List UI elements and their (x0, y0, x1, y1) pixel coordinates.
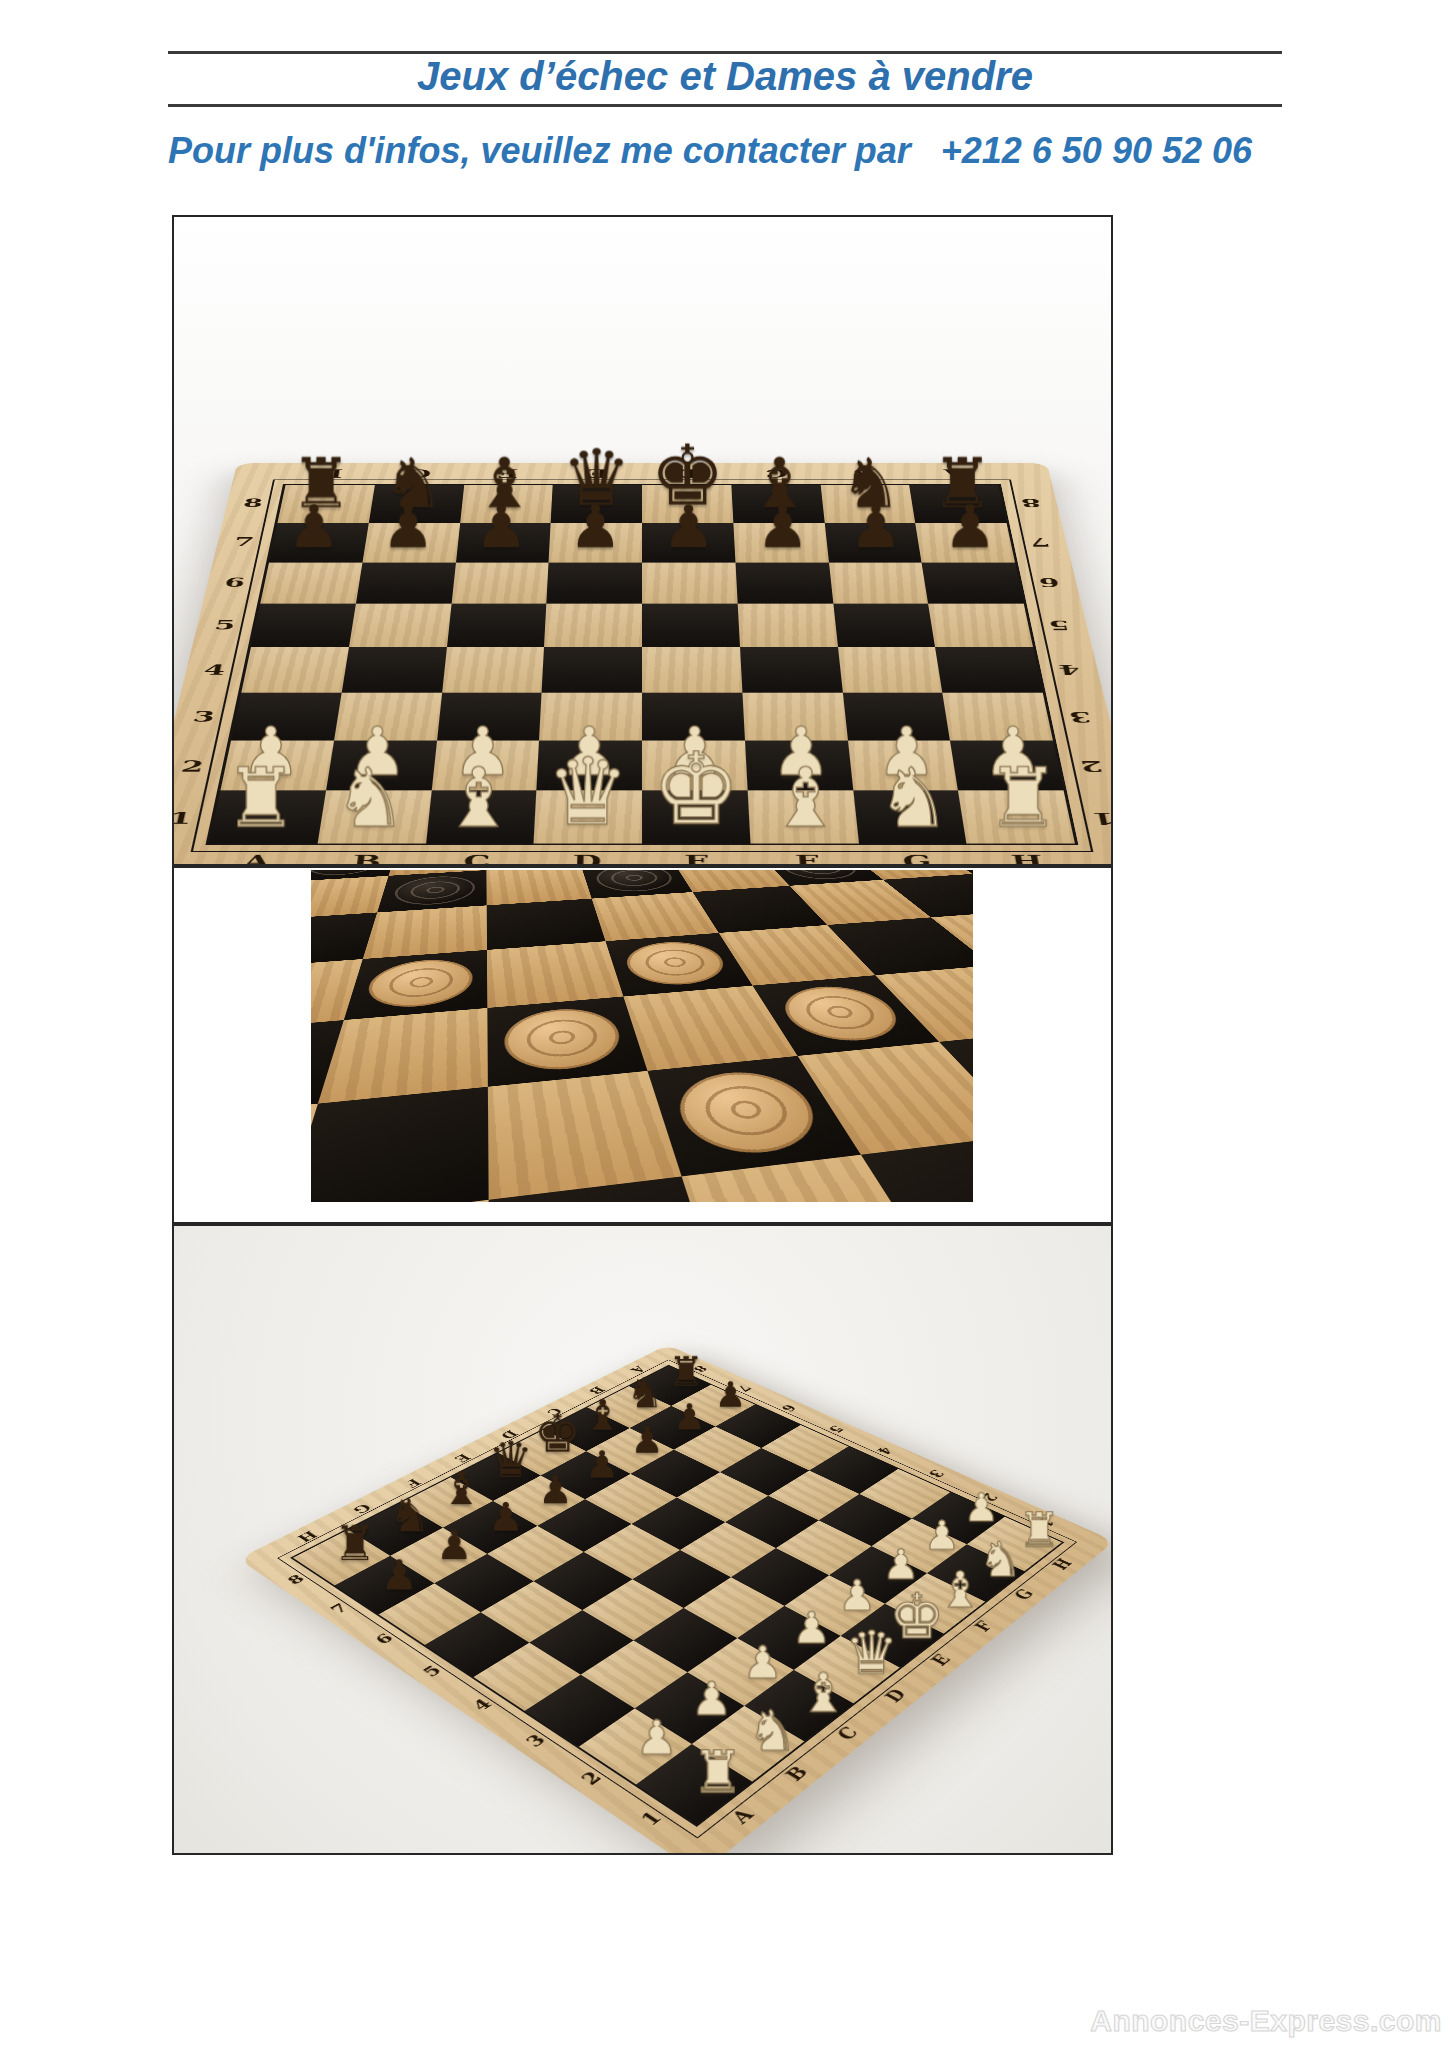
coordinate-label: E (552, 463, 642, 484)
chess-piece-white: ♛ (845, 1623, 898, 1682)
chess-piece-white: ♞ (333, 757, 406, 839)
chess-piece-white: ♟ (792, 1606, 831, 1650)
classified-ad-page: Jeux d’échec et Dames à vendre Pour plus… (0, 0, 1448, 2048)
contact-text: Pour plus d'infos, veuillez me contacter… (168, 130, 911, 172)
chess-piece-white: ♟ (839, 1574, 877, 1616)
chess-piece-white: ♟ (636, 1714, 679, 1762)
chess-piece-white: ♝ (442, 757, 515, 839)
coordinate-label: 6 (1018, 562, 1082, 604)
contact-line: Pour plus d'infos, veuillez me contacter… (168, 130, 1288, 172)
coordinate-label: 4 (1036, 647, 1103, 693)
coordinate-label: 5 (1027, 603, 1092, 647)
watermark: Annonces-Express.com (1090, 2004, 1442, 2038)
chess-piece-white: ♜ (986, 757, 1059, 839)
checkers-square (311, 1087, 489, 1202)
chess-front-scene: 87654321 87654321 ABCDEFGH ABCDEFGH ♜♞♝♛… (174, 217, 1111, 864)
chess-piece-black: ♟ (436, 1525, 472, 1566)
coordinate-label: 3 (1046, 693, 1113, 741)
coordinate-label: H (283, 463, 376, 484)
header-rule-bottom (168, 104, 1282, 107)
file-labels-top: ABCDEFGH (283, 463, 1001, 484)
coordinate-label: 8 (1001, 484, 1061, 522)
checkers-board (311, 870, 973, 1202)
coordinate-label: C (731, 463, 822, 484)
chess-piece-white: ♞ (747, 1703, 797, 1759)
chess-piece-white: ♛ (546, 746, 629, 839)
chess-piece-black: ♜ (334, 1520, 377, 1568)
chess-piece-black: ♟ (381, 1554, 418, 1596)
chess-corner-scene: 87654321 87654321 ABCDEFGH ABCDEFGH ♜♞♝♛… (174, 1226, 1111, 1853)
coordinate-label: 4 (181, 647, 248, 693)
photo-chess-corner: 87654321 87654321 ABCDEFGH ABCDEFGH ♜♞♝♛… (172, 1224, 1113, 1855)
chess-piece-white: ♝ (799, 1665, 848, 1719)
chess-piece-white: ♟ (883, 1544, 920, 1585)
coordinate-label: A (908, 463, 1001, 484)
chess-piece-white: ♞ (979, 1535, 1022, 1583)
chess-piece-white: ♜ (1018, 1506, 1060, 1553)
chess-piece-white: ♝ (769, 757, 842, 839)
chess-piece-white: ♟ (691, 1676, 732, 1722)
chess-piece-white: ♞ (877, 757, 950, 839)
photo-checkers (172, 866, 1113, 1224)
chess-piece-white: ♟ (924, 1515, 960, 1555)
coordinate-label: 7 (1009, 522, 1071, 562)
contact-phone: +212 6 50 90 52 06 (941, 130, 1252, 172)
chess-piece-white: ♟ (743, 1640, 783, 1685)
coordinate-label: D (642, 463, 732, 484)
coordinate-label: F (463, 463, 554, 484)
chess-piece-white: ♚ (652, 739, 741, 838)
coordinate-label: G (373, 463, 465, 484)
page-title: Jeux d’échec et Dames à vendre (168, 54, 1282, 102)
checkers-scene (311, 870, 973, 1202)
coordinate-label: B (819, 463, 911, 484)
chess-piece-white: ♜ (225, 757, 298, 839)
chess-board-corner: 87654321 87654321 ABCDEFGH ABCDEFGH ♜♞♝♛… (238, 1345, 1113, 1855)
photo-chess-front: 87654321 87654321 ABCDEFGH ABCDEFGH ♜♞♝♛… (172, 215, 1113, 866)
chess-piece-white: ♜ (692, 1743, 744, 1800)
chess-board-front: 87654321 87654321 ABCDEFGH ABCDEFGH ♜♞♝♛… (172, 463, 1113, 866)
